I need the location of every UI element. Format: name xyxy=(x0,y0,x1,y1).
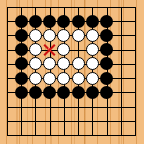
board-point[interactable]: ○ xyxy=(28,71,42,85)
board-point[interactable]: ● xyxy=(71,14,85,28)
board-point[interactable] xyxy=(128,57,142,71)
board-point[interactable] xyxy=(71,0,85,14)
board-point[interactable] xyxy=(114,14,128,28)
board-point[interactable]: ● xyxy=(14,85,28,99)
black-stone: ● xyxy=(86,15,99,28)
black-stone: ● xyxy=(86,86,99,99)
black-stone: ● xyxy=(100,72,113,85)
board-point[interactable]: ● xyxy=(71,85,85,99)
board-point[interactable] xyxy=(128,71,142,85)
board-point[interactable] xyxy=(114,57,128,71)
board-point[interactable]: ● xyxy=(85,85,99,99)
white-stone: ○ xyxy=(72,72,85,85)
board-point[interactable] xyxy=(57,0,71,14)
board-point[interactable] xyxy=(71,43,85,57)
board-point[interactable]: ○ xyxy=(28,28,42,42)
board-point[interactable] xyxy=(85,99,99,113)
board-point[interactable]: ● xyxy=(14,57,28,71)
board-point[interactable]: ○ xyxy=(71,28,85,42)
board-point[interactable] xyxy=(128,114,142,128)
black-stone: ● xyxy=(100,29,113,42)
board-point[interactable] xyxy=(128,128,142,142)
black-stone: ● xyxy=(100,86,113,99)
board-point[interactable]: ○ xyxy=(28,57,42,71)
board-point[interactable] xyxy=(128,28,142,42)
white-stone: ○ xyxy=(72,29,85,42)
board-point[interactable] xyxy=(43,43,57,57)
black-stone: ● xyxy=(15,29,28,42)
board-point[interactable] xyxy=(71,128,85,142)
board-point[interactable]: ● xyxy=(43,14,57,28)
board-point[interactable] xyxy=(0,128,14,142)
board-point[interactable] xyxy=(99,99,113,113)
board-point[interactable] xyxy=(0,0,14,14)
board-point[interactable] xyxy=(28,114,42,128)
board-point[interactable]: ● xyxy=(14,28,28,42)
board-point[interactable] xyxy=(114,0,128,14)
board-point[interactable]: ● xyxy=(28,85,42,99)
black-stone: ● xyxy=(100,43,113,56)
black-stone: ● xyxy=(15,15,28,28)
board-point[interactable] xyxy=(85,0,99,14)
board-point[interactable]: ● xyxy=(85,14,99,28)
board-point[interactable] xyxy=(114,28,128,42)
board-point[interactable]: ● xyxy=(28,14,42,28)
board-point[interactable]: ○ xyxy=(57,28,71,42)
board-point[interactable] xyxy=(128,43,142,57)
board-point[interactable] xyxy=(114,85,128,99)
board-point[interactable] xyxy=(57,114,71,128)
black-stone: ● xyxy=(29,86,42,99)
board-point[interactable] xyxy=(14,99,28,113)
white-stone: ○ xyxy=(86,57,99,70)
board-point[interactable] xyxy=(28,0,42,14)
board-point[interactable]: ● xyxy=(99,14,113,28)
black-stone: ● xyxy=(15,57,28,70)
x-marker xyxy=(43,43,56,56)
white-stone: ○ xyxy=(57,57,70,70)
board-point[interactable] xyxy=(0,14,14,28)
board-point[interactable] xyxy=(28,128,42,142)
board-point[interactable]: ● xyxy=(99,85,113,99)
board-point[interactable]: ○ xyxy=(85,71,99,85)
white-stone: ○ xyxy=(29,43,42,56)
board-point[interactable]: ● xyxy=(99,28,113,42)
white-stone: ○ xyxy=(72,57,85,70)
board-point[interactable] xyxy=(28,99,42,113)
board-point[interactable]: ● xyxy=(57,14,71,28)
board-point[interactable] xyxy=(14,128,28,142)
board-point[interactable]: ○ xyxy=(71,57,85,71)
white-stone: ○ xyxy=(57,72,70,85)
board-point[interactable]: ● xyxy=(14,14,28,28)
board-point[interactable] xyxy=(43,128,57,142)
white-stone: ○ xyxy=(43,57,56,70)
board-point[interactable] xyxy=(0,57,14,71)
board-point[interactable]: ○ xyxy=(57,57,71,71)
board-point[interactable] xyxy=(57,128,71,142)
board-point[interactable] xyxy=(0,43,14,57)
board-point[interactable]: ○ xyxy=(43,57,57,71)
board-point[interactable]: ● xyxy=(99,43,113,57)
board-point[interactable] xyxy=(71,114,85,128)
board-point[interactable] xyxy=(43,99,57,113)
board-point[interactable]: ○ xyxy=(85,57,99,71)
board-point[interactable] xyxy=(99,0,113,14)
white-stone: ○ xyxy=(57,29,70,42)
board-point[interactable] xyxy=(128,99,142,113)
board-point[interactable] xyxy=(14,114,28,128)
black-stone: ● xyxy=(100,57,113,70)
board-point[interactable]: ○ xyxy=(71,71,85,85)
board-point[interactable] xyxy=(114,43,128,57)
board-point[interactable] xyxy=(128,14,142,28)
board-point[interactable] xyxy=(85,128,99,142)
black-stone: ● xyxy=(72,15,85,28)
black-stone: ● xyxy=(100,15,113,28)
white-stone: ○ xyxy=(29,72,42,85)
black-stone: ● xyxy=(57,15,70,28)
board-point[interactable]: ● xyxy=(43,85,57,99)
white-stone: ○ xyxy=(86,43,99,56)
board-point[interactable] xyxy=(57,99,71,113)
black-stone: ● xyxy=(15,43,28,56)
board-point[interactable] xyxy=(0,99,14,113)
board-point[interactable] xyxy=(0,28,14,42)
board-point[interactable] xyxy=(114,128,128,142)
board-point[interactable]: ● xyxy=(99,71,113,85)
board-point[interactable] xyxy=(99,128,113,142)
board-point[interactable] xyxy=(128,85,142,99)
black-stone: ● xyxy=(15,86,28,99)
white-stone: ○ xyxy=(43,72,56,85)
board-point[interactable] xyxy=(0,85,14,99)
board-point[interactable]: ● xyxy=(14,71,28,85)
board-point[interactable] xyxy=(71,99,85,113)
white-stone: ○ xyxy=(86,29,99,42)
board-point[interactable]: ○ xyxy=(43,71,57,85)
black-stone: ● xyxy=(43,86,56,99)
x-marker-center xyxy=(48,48,51,51)
board-point[interactable] xyxy=(99,114,113,128)
board-point[interactable]: ● xyxy=(99,57,113,71)
board-point[interactable]: ○ xyxy=(28,43,42,57)
board-point[interactable]: ○ xyxy=(57,71,71,85)
black-stone: ● xyxy=(29,15,42,28)
board-point[interactable] xyxy=(43,114,57,128)
board-point[interactable] xyxy=(14,0,28,14)
board-point[interactable]: ○ xyxy=(85,43,99,57)
board-point[interactable]: ○ xyxy=(43,28,57,42)
board-point[interactable] xyxy=(0,114,14,128)
board-point[interactable]: ○ xyxy=(57,43,71,57)
board-point[interactable] xyxy=(85,114,99,128)
black-stone: ● xyxy=(43,15,56,28)
black-stone: ● xyxy=(15,72,28,85)
black-stone: ● xyxy=(72,86,85,99)
white-stone: ○ xyxy=(29,57,42,70)
board-point[interactable] xyxy=(114,99,128,113)
board-point[interactable] xyxy=(0,71,14,85)
board-point[interactable] xyxy=(114,114,128,128)
white-stone: ○ xyxy=(43,29,56,42)
board-point[interactable] xyxy=(43,0,57,14)
board-point[interactable]: ● xyxy=(14,43,28,57)
white-stone: ○ xyxy=(29,29,42,42)
go-board-diagram: ●●●●●●●●○○○○○●●○○○●●○○○○○●●○○○○○●●●●●●●● xyxy=(0,0,144,144)
board-point[interactable] xyxy=(114,71,128,85)
stones-grid: ●●●●●●●●○○○○○●●○○○●●○○○○○●●○○○○○●●●●●●●● xyxy=(0,0,142,142)
board-point[interactable] xyxy=(128,0,142,14)
white-stone: ○ xyxy=(57,43,70,56)
black-stone: ● xyxy=(57,86,70,99)
white-stone: ○ xyxy=(86,72,99,85)
board-point[interactable]: ○ xyxy=(85,28,99,42)
board-point[interactable]: ● xyxy=(57,85,71,99)
